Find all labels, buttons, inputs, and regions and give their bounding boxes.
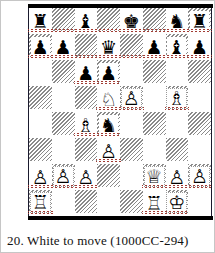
square-d6: ♟ <box>97 60 120 86</box>
square-d8 <box>97 8 120 34</box>
piece-white-pawn: ♙ <box>31 167 50 187</box>
piece-black-bishop: ♝ <box>76 11 95 31</box>
square-d1 <box>97 190 120 216</box>
rank-7: ♟♟♛♟♝♟ <box>29 34 211 60</box>
rank-8: ♜♝♚♞♜ <box>29 8 211 34</box>
square-f3 <box>143 138 166 164</box>
rank-5: ♘♙♗ <box>29 86 211 112</box>
square-e5: ♙ <box>120 86 143 112</box>
square-a2: ♙ <box>29 164 52 190</box>
rank-6: ♟♟ <box>29 60 211 86</box>
square-h6 <box>188 60 211 86</box>
square-e4 <box>120 112 143 138</box>
square-g5: ♗ <box>166 86 189 112</box>
square-a8: ♜ <box>29 8 52 34</box>
piece-white-pawn: ♙ <box>76 167 95 187</box>
piece-black-king: ♚ <box>122 11 141 31</box>
square-c5 <box>75 86 98 112</box>
square-g7: ♝ <box>166 34 189 60</box>
square-e7 <box>120 34 143 60</box>
chess-board-squares: ♜♝♚♞♜♟♟♛♟♝♟♟♟♘♙♗♗♞♙♙♙♙♕♙♙♖♖♔ <box>29 8 211 216</box>
square-c2: ♙ <box>75 164 98 190</box>
piece-black-knight: ♞ <box>99 115 118 135</box>
square-b3 <box>52 138 75 164</box>
piece-white-knight: ♘ <box>99 89 118 109</box>
square-b1 <box>52 190 75 216</box>
caption: 20. White to move (1000CC-294) <box>7 233 189 249</box>
square-f7: ♟ <box>143 34 166 60</box>
square-f5 <box>143 86 166 112</box>
square-h8: ♜ <box>188 8 211 34</box>
square-e1 <box>120 190 143 216</box>
square-f1: ♖ <box>143 190 166 216</box>
piece-white-bishop: ♗ <box>76 115 95 135</box>
square-e8: ♚ <box>120 8 143 34</box>
piece-white-king: ♔ <box>166 192 187 213</box>
square-h5 <box>188 86 211 112</box>
piece-white-pawn: ♙ <box>99 141 118 161</box>
piece-black-pawn: ♟ <box>31 37 50 57</box>
piece-white-rook: ♖ <box>30 192 51 213</box>
square-d7: ♛ <box>97 34 120 60</box>
square-d4: ♞ <box>97 112 120 138</box>
square-b6 <box>52 60 75 86</box>
square-c6: ♟ <box>75 60 98 86</box>
square-a4 <box>29 112 52 138</box>
square-g2: ♙ <box>166 164 189 190</box>
square-b8 <box>52 8 75 34</box>
square-g3 <box>166 138 189 164</box>
piece-white-pawn: ♙ <box>189 166 210 187</box>
square-c7 <box>75 34 98 60</box>
square-b5 <box>52 86 75 112</box>
piece-black-bishop: ♝ <box>167 37 186 57</box>
piece-white-rook: ♖ <box>145 193 164 213</box>
square-f8 <box>143 8 166 34</box>
square-a3 <box>29 138 52 164</box>
piece-black-pawn: ♟ <box>190 37 209 57</box>
square-e2 <box>120 164 143 190</box>
square-h4 <box>188 112 211 138</box>
board-bottom-border <box>28 216 213 220</box>
piece-black-pawn: ♟ <box>145 37 164 57</box>
piece-black-rook: ♜ <box>190 11 209 31</box>
square-h1 <box>188 190 211 216</box>
square-a1: ♖ <box>29 190 52 216</box>
piece-black-pawn: ♟ <box>54 37 73 57</box>
square-h7: ♟ <box>188 34 211 60</box>
piece-black-queen: ♛ <box>99 37 118 57</box>
square-d5: ♘ <box>97 86 120 112</box>
chess-board: ♜♝♚♞♜♟♟♛♟♝♟♟♟♘♙♗♗♞♙♙♙♙♕♙♙♖♖♔ <box>28 4 212 220</box>
square-h2: ♙ <box>188 164 211 190</box>
piece-white-bishop: ♗ <box>166 88 187 109</box>
square-d3: ♙ <box>97 138 120 164</box>
square-b7: ♟ <box>52 34 75 60</box>
piece-black-knight: ♞ <box>167 11 186 31</box>
square-c4: ♗ <box>75 112 98 138</box>
square-f6 <box>143 60 166 86</box>
square-f2: ♕ <box>143 164 166 190</box>
square-e6 <box>120 60 143 86</box>
square-c3 <box>75 138 98 164</box>
square-e3 <box>120 138 143 164</box>
square-g6 <box>166 60 189 86</box>
square-c1 <box>75 190 98 216</box>
rank-3: ♙ <box>29 138 211 164</box>
piece-white-pawn: ♙ <box>121 88 142 109</box>
rank-1: ♖♖♔ <box>29 190 211 216</box>
square-a5 <box>29 86 52 112</box>
rank-2: ♙♙♙♕♙♙ <box>29 164 211 190</box>
square-h3 <box>188 138 211 164</box>
square-a7: ♟ <box>29 34 52 60</box>
piece-black-pawn: ♟ <box>99 63 118 83</box>
piece-white-pawn: ♙ <box>53 166 74 187</box>
piece-black-pawn: ♟ <box>76 63 95 83</box>
square-g4 <box>166 112 189 138</box>
square-a6 <box>29 60 52 86</box>
piece-white-pawn: ♙ <box>167 167 186 187</box>
square-f4 <box>143 112 166 138</box>
rank-4: ♗♞ <box>29 112 211 138</box>
square-b2: ♙ <box>52 164 75 190</box>
square-d2 <box>97 164 120 190</box>
piece-white-queen: ♕ <box>144 166 165 187</box>
square-c8: ♝ <box>75 8 98 34</box>
piece-black-rook: ♜ <box>31 11 50 31</box>
square-g1: ♔ <box>166 190 189 216</box>
square-b4 <box>52 112 75 138</box>
square-g8: ♞ <box>166 8 189 34</box>
